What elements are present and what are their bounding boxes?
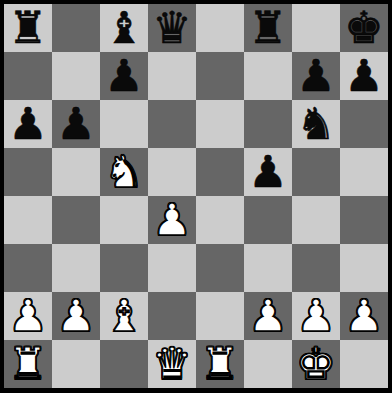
square-d7[interactable] (148, 52, 196, 100)
square-d8[interactable]: ♛ (148, 4, 196, 52)
black-pawn[interactable]: ♟ (248, 148, 287, 196)
square-h4[interactable] (340, 196, 388, 244)
square-e4[interactable] (196, 196, 244, 244)
white-pawn[interactable]: ♟ (344, 292, 383, 340)
square-c5[interactable]: ♞ (100, 148, 148, 196)
square-f1[interactable] (244, 340, 292, 388)
white-pawn[interactable]: ♟ (248, 292, 287, 340)
black-pawn[interactable]: ♟ (344, 52, 383, 100)
square-h1[interactable] (340, 340, 388, 388)
square-f2[interactable]: ♟ (244, 292, 292, 340)
square-a5[interactable] (4, 148, 52, 196)
square-h5[interactable] (340, 148, 388, 196)
square-b7[interactable] (52, 52, 100, 100)
square-a3[interactable] (4, 244, 52, 292)
black-pawn[interactable]: ♟ (104, 52, 143, 100)
square-c2[interactable]: ♝ (100, 292, 148, 340)
white-rook[interactable]: ♜ (200, 340, 239, 388)
square-g1[interactable]: ♚ (292, 340, 340, 388)
square-a4[interactable] (4, 196, 52, 244)
black-rook[interactable]: ♜ (248, 4, 287, 52)
square-c3[interactable] (100, 244, 148, 292)
black-pawn[interactable]: ♟ (8, 100, 47, 148)
white-pawn[interactable]: ♟ (56, 292, 95, 340)
white-pawn[interactable]: ♟ (8, 292, 47, 340)
square-f5[interactable]: ♟ (244, 148, 292, 196)
square-e8[interactable] (196, 4, 244, 52)
square-g3[interactable] (292, 244, 340, 292)
square-a6[interactable]: ♟ (4, 100, 52, 148)
square-e1[interactable]: ♜ (196, 340, 244, 388)
square-c4[interactable] (100, 196, 148, 244)
square-g4[interactable] (292, 196, 340, 244)
square-g6[interactable]: ♞ (292, 100, 340, 148)
white-rook[interactable]: ♜ (8, 340, 47, 388)
square-e7[interactable] (196, 52, 244, 100)
square-b4[interactable] (52, 196, 100, 244)
black-pawn[interactable]: ♟ (56, 100, 95, 148)
chess-board-frame: ♜♝♛♜♚♟♟♟♟♟♞♞♟♟♟♟♝♟♟♟♜♛♜♚ (0, 0, 392, 393)
square-e5[interactable] (196, 148, 244, 196)
square-b6[interactable]: ♟ (52, 100, 100, 148)
black-pawn[interactable]: ♟ (296, 52, 335, 100)
square-b2[interactable]: ♟ (52, 292, 100, 340)
black-king[interactable]: ♚ (344, 4, 383, 52)
white-pawn[interactable]: ♟ (296, 292, 335, 340)
square-e2[interactable] (196, 292, 244, 340)
square-f3[interactable] (244, 244, 292, 292)
square-f6[interactable] (244, 100, 292, 148)
white-queen[interactable]: ♛ (152, 340, 191, 388)
square-g8[interactable] (292, 4, 340, 52)
square-h2[interactable]: ♟ (340, 292, 388, 340)
square-d5[interactable] (148, 148, 196, 196)
square-h8[interactable]: ♚ (340, 4, 388, 52)
square-f7[interactable] (244, 52, 292, 100)
white-knight[interactable]: ♞ (104, 148, 143, 196)
square-d4[interactable]: ♟ (148, 196, 196, 244)
chess-board: ♜♝♛♜♚♟♟♟♟♟♞♞♟♟♟♟♝♟♟♟♜♛♜♚ (4, 4, 388, 388)
square-d6[interactable] (148, 100, 196, 148)
square-b1[interactable] (52, 340, 100, 388)
square-g7[interactable]: ♟ (292, 52, 340, 100)
square-a7[interactable] (4, 52, 52, 100)
square-g2[interactable]: ♟ (292, 292, 340, 340)
square-e3[interactable] (196, 244, 244, 292)
square-h3[interactable] (340, 244, 388, 292)
square-b5[interactable] (52, 148, 100, 196)
square-h7[interactable]: ♟ (340, 52, 388, 100)
square-d1[interactable]: ♛ (148, 340, 196, 388)
square-c1[interactable] (100, 340, 148, 388)
square-e6[interactable] (196, 100, 244, 148)
square-c7[interactable]: ♟ (100, 52, 148, 100)
black-rook[interactable]: ♜ (8, 4, 47, 52)
square-c6[interactable] (100, 100, 148, 148)
square-d2[interactable] (148, 292, 196, 340)
black-knight[interactable]: ♞ (296, 100, 335, 148)
square-a8[interactable]: ♜ (4, 4, 52, 52)
square-f8[interactable]: ♜ (244, 4, 292, 52)
black-bishop[interactable]: ♝ (104, 4, 143, 52)
square-a1[interactable]: ♜ (4, 340, 52, 388)
white-pawn[interactable]: ♟ (152, 196, 191, 244)
square-b3[interactable] (52, 244, 100, 292)
square-g5[interactable] (292, 148, 340, 196)
black-queen[interactable]: ♛ (152, 4, 191, 52)
white-bishop[interactable]: ♝ (104, 292, 143, 340)
square-a2[interactable]: ♟ (4, 292, 52, 340)
square-b8[interactable] (52, 4, 100, 52)
square-h6[interactable] (340, 100, 388, 148)
square-f4[interactable] (244, 196, 292, 244)
white-king[interactable]: ♚ (296, 340, 335, 388)
square-d3[interactable] (148, 244, 196, 292)
square-c8[interactable]: ♝ (100, 4, 148, 52)
